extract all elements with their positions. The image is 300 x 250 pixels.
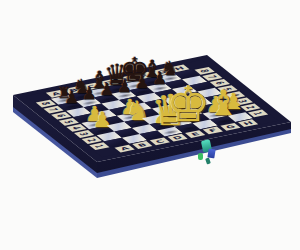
chess-board: ABCDEFGH8♜♞♝♛♚♝♞87♟♟♟♟♟♟766554♟♟43♟♞♟32♟… (13, 55, 291, 162)
latch-pin-icon (207, 149, 215, 159)
chess-set-photo: ABCDEFGH8♜♞♝♛♚♝♞87♟♟♟♟♟♟766554♟♟43♟♞♟32♟… (0, 0, 300, 250)
latch-clasp-icon (201, 139, 212, 153)
latch-hook-icon (205, 158, 211, 165)
latch-ring-icon (198, 153, 203, 160)
